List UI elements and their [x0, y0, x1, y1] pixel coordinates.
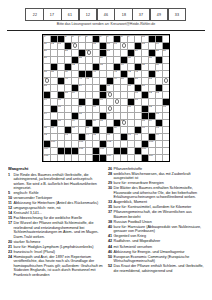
grid-cell[interactable]: 85	[43, 126, 50, 133]
grid-cell-black	[78, 70, 85, 77]
grid-cell[interactable]: 24	[134, 49, 141, 56]
grid-cell[interactable]: 27	[43, 56, 50, 63]
grid-cell[interactable]: 104	[43, 147, 50, 154]
grid-cell[interactable]	[64, 84, 71, 91]
clue-number: 48	[86, 77, 89, 80]
grid-cell[interactable]: 7	[106, 35, 113, 42]
grid-cell[interactable]	[106, 98, 113, 105]
grid-cell[interactable]: 66	[99, 98, 106, 105]
grid-cell[interactable]: 88	[85, 126, 92, 133]
grid-cell[interactable]: 98	[134, 133, 141, 140]
grid-cell[interactable]	[106, 63, 113, 70]
grid-cell[interactable]: 4	[78, 35, 85, 42]
clue-item-number: 40	[108, 224, 112, 229]
grid-cell[interactable]: 102	[106, 140, 113, 147]
grid-cell[interactable]	[43, 105, 50, 112]
grid-cell[interactable]: 26	[162, 49, 169, 56]
grid-cell[interactable]	[57, 112, 64, 119]
grid-cell[interactable]: 48	[85, 77, 92, 84]
grid-cell[interactable]	[113, 84, 120, 91]
grid-cell[interactable]	[85, 147, 92, 154]
grid-cell[interactable]: 74	[43, 112, 50, 119]
grid-cell[interactable]	[127, 126, 134, 133]
grid-cell-circled[interactable]: 14	[71, 42, 78, 49]
clue-number: 99	[156, 133, 159, 136]
grid-cell[interactable]: 20	[43, 49, 50, 56]
grid-cell[interactable]: 23	[106, 49, 113, 56]
grid-cell[interactable]: 87	[71, 126, 78, 133]
clue-number: 78	[58, 119, 61, 122]
clue-number: 100	[51, 140, 55, 143]
solution-box[interactable]: 37	[132, 8, 150, 21]
grid-cell[interactable]	[85, 42, 92, 49]
clue-number: 14	[72, 42, 75, 45]
grid-cell[interactable]	[78, 63, 85, 70]
grid-cell[interactable]: 46	[64, 77, 71, 84]
grid-cell[interactable]	[71, 98, 78, 105]
grid-cell[interactable]	[99, 77, 106, 84]
grid-cell[interactable]	[162, 56, 169, 63]
grid-cell[interactable]	[92, 84, 99, 91]
grid-cell[interactable]: 1	[43, 35, 50, 42]
grid-cell[interactable]: 12	[50, 42, 57, 49]
grid-cell[interactable]: 92	[43, 133, 50, 140]
grid-cell[interactable]	[71, 133, 78, 140]
grid-cell[interactable]	[71, 70, 78, 77]
grid-cell[interactable]	[134, 105, 141, 112]
grid-cell-black	[120, 133, 127, 140]
grid-cell[interactable]	[106, 119, 113, 126]
grid-cell[interactable]	[155, 105, 162, 112]
grid-cell[interactable]: 8	[120, 35, 127, 42]
grid-cell[interactable]	[155, 147, 162, 154]
grid-cell-circled[interactable]	[120, 42, 127, 49]
grid-cell[interactable]: 5	[85, 35, 92, 42]
clue-item-number: 21	[8, 244, 12, 249]
clue-number: 106	[100, 147, 104, 150]
grid-cell[interactable]: 100	[50, 140, 57, 147]
grid-cell[interactable]	[85, 84, 92, 91]
grid-cell[interactable]: 35	[141, 63, 148, 70]
grid-cell[interactable]: 25	[155, 49, 162, 56]
grid-cell[interactable]: 10	[141, 35, 148, 42]
grid-cell[interactable]	[64, 56, 71, 63]
grid-cell[interactable]	[127, 91, 134, 98]
grid-cell[interactable]: 11	[43, 42, 50, 49]
grid-cell[interactable]: 41	[113, 70, 120, 77]
grid-cell[interactable]	[113, 140, 120, 147]
grid-cell[interactable]	[78, 91, 85, 98]
clue-number: 95	[93, 133, 96, 136]
grid-cell[interactable]	[127, 147, 134, 154]
grid-cell[interactable]	[57, 49, 64, 56]
grid-cell[interactable]: 63	[155, 91, 162, 98]
grid-cell[interactable]: 2	[64, 35, 71, 42]
grid-cell[interactable]: 62	[148, 91, 155, 98]
grid-cell[interactable]: 21	[64, 49, 71, 56]
clue-number: 49	[114, 77, 117, 80]
grid-cell[interactable]	[85, 105, 92, 112]
grid-cell[interactable]: 34	[120, 63, 127, 70]
grid-cell[interactable]	[134, 154, 141, 161]
grid-cell[interactable]	[162, 119, 169, 126]
grid-cell[interactable]: 76	[106, 112, 113, 119]
grid-cell[interactable]: 106	[99, 147, 106, 154]
grid-cell[interactable]	[78, 42, 85, 49]
grid-cell[interactable]: 57	[141, 84, 148, 91]
grid-cell[interactable]: 97	[127, 133, 134, 140]
grid-cell[interactable]	[106, 70, 113, 77]
grid-cell[interactable]	[120, 84, 127, 91]
grid-cell[interactable]: 91	[155, 126, 162, 133]
clue-number: 1	[44, 35, 45, 38]
grid-cell-black	[113, 35, 120, 42]
grid-cell[interactable]	[57, 84, 64, 91]
grid-cell[interactable]	[141, 133, 148, 140]
grid-cell[interactable]: 103	[148, 140, 155, 147]
grid-cell[interactable]: 16	[106, 42, 113, 49]
grid-cell[interactable]: 33	[99, 63, 106, 70]
grid-cell[interactable]	[148, 84, 155, 91]
grid-cell[interactable]: 84	[148, 119, 155, 126]
grid-cell[interactable]	[50, 154, 57, 161]
grid-cell[interactable]	[78, 126, 85, 133]
grid-cell[interactable]	[162, 112, 169, 119]
grid-cell[interactable]	[50, 147, 57, 154]
clue-item-text: Radfahrer- und Mopedfahrer	[114, 238, 161, 243]
grid-cell[interactable]	[50, 91, 57, 98]
grid-cell[interactable]	[64, 119, 71, 126]
grid-cell[interactable]	[134, 56, 141, 63]
clue-number: 76	[107, 112, 110, 115]
grid-cell-black	[141, 140, 148, 147]
grid-cell[interactable]	[43, 63, 50, 70]
grid-cell[interactable]	[141, 56, 148, 63]
grid-cell[interactable]	[127, 154, 134, 161]
grid-cell[interactable]	[50, 98, 57, 105]
grid-cell[interactable]: 40	[92, 70, 99, 77]
grid-cell[interactable]	[155, 98, 162, 105]
grid-cell[interactable]	[99, 105, 106, 112]
clue-number: 101	[79, 140, 83, 143]
grid-cell[interactable]	[148, 147, 155, 154]
clue-number: 9	[128, 35, 129, 38]
grid-cell[interactable]	[134, 119, 141, 126]
grid-cell[interactable]	[92, 56, 99, 63]
grid-cell[interactable]	[162, 35, 169, 42]
grid-cell[interactable]: 77	[155, 112, 162, 119]
grid-cell[interactable]	[85, 98, 92, 105]
grid-cell[interactable]: 6	[99, 35, 106, 42]
grid-cell[interactable]: 55	[106, 84, 113, 91]
grid-cell-circled[interactable]: 60	[106, 91, 113, 98]
grid-cell[interactable]: 37	[43, 70, 50, 77]
grid-cell[interactable]	[162, 126, 169, 133]
grid-cell[interactable]: 65	[57, 98, 64, 105]
grid-cell[interactable]	[120, 91, 127, 98]
grid-cell[interactable]	[120, 126, 127, 133]
grid-cell[interactable]	[78, 154, 85, 161]
grid-cell[interactable]	[92, 77, 99, 84]
grid-cell[interactable]	[85, 140, 92, 147]
grid-cell[interactable]: 52	[148, 77, 155, 84]
grid-cell[interactable]	[57, 56, 64, 63]
grid-cell[interactable]	[120, 98, 127, 105]
grid-cell[interactable]	[127, 140, 134, 147]
grid-cell[interactable]: 69	[78, 105, 85, 112]
grid-cell-circled[interactable]	[162, 77, 169, 84]
grid-cell[interactable]: 67	[134, 98, 141, 105]
grid-cell[interactable]	[71, 77, 78, 84]
solution-box[interactable]: 17	[43, 8, 61, 21]
grid-cell[interactable]: 59	[71, 91, 78, 98]
grid-cell[interactable]: 61	[134, 91, 141, 98]
grid-cell[interactable]: 90	[141, 126, 148, 133]
grid-cell[interactable]: 29	[99, 56, 106, 63]
grid-cell[interactable]	[71, 154, 78, 161]
grid-cell-circled[interactable]: 45	[43, 77, 50, 84]
grid-cell[interactable]	[134, 140, 141, 147]
grid-cell[interactable]: 38	[50, 70, 57, 77]
grid-cell[interactable]	[85, 56, 92, 63]
grid-cell[interactable]: 81	[99, 119, 106, 126]
grid-cell[interactable]: 70	[92, 105, 99, 112]
grid-cell[interactable]	[113, 49, 120, 56]
grid-cell[interactable]: 86	[50, 126, 57, 133]
grid-cell[interactable]	[141, 70, 148, 77]
clue-number: 38	[51, 70, 54, 73]
grid-cell[interactable]: 108	[43, 154, 50, 161]
grid-cell[interactable]: 96	[106, 133, 113, 140]
grid-cell[interactable]	[99, 70, 106, 77]
grid-cell[interactable]	[99, 126, 106, 133]
grid-cell[interactable]	[92, 112, 99, 119]
grid-cell[interactable]: 17	[113, 42, 120, 49]
grid-cell-circled[interactable]	[113, 98, 120, 105]
grid-cell[interactable]: 93	[64, 133, 71, 140]
grid-cell[interactable]: 30	[127, 56, 134, 63]
grid-cell[interactable]: 39	[64, 70, 71, 77]
grid-cell[interactable]	[50, 133, 57, 140]
grid-cell[interactable]	[148, 42, 155, 49]
grid-cell[interactable]	[113, 56, 120, 63]
grid-cell[interactable]: 109	[106, 154, 113, 161]
grid-cell[interactable]	[57, 133, 64, 140]
grid-cell[interactable]: 51	[134, 77, 141, 84]
solution-box[interactable]: 33	[168, 8, 186, 21]
grid-cell-black	[50, 35, 57, 42]
grid-cell[interactable]: 9	[127, 35, 134, 42]
grid-cell[interactable]	[134, 35, 141, 42]
grid-cell[interactable]: 79	[71, 119, 78, 126]
grid-cell[interactable]: 72	[148, 105, 155, 112]
grid-cell[interactable]	[120, 154, 127, 161]
grid-cell[interactable]	[78, 119, 85, 126]
grid-cell[interactable]: 71	[127, 105, 134, 112]
solution-box-number: 18	[122, 12, 126, 16]
grid-cell[interactable]	[57, 70, 64, 77]
solution-box[interactable]: 49	[150, 8, 168, 21]
grid-cell[interactable]: 28	[78, 56, 85, 63]
grid-cell[interactable]	[57, 140, 64, 147]
grid-cell[interactable]	[50, 77, 57, 84]
grid-cell[interactable]: 58	[64, 91, 71, 98]
grid-cell[interactable]	[127, 119, 134, 126]
clue-item-text: Abkürzung für Energie- und Umweltagentur	[114, 248, 185, 253]
grid-cell[interactable]	[148, 126, 155, 133]
grid-cell[interactable]	[50, 56, 57, 63]
grid-cell[interactable]	[85, 154, 92, 161]
grid-cell[interactable]	[50, 112, 57, 119]
clue-item-text: starker Schmerz	[14, 239, 41, 244]
clue-number: 61	[135, 91, 138, 94]
grid-cell[interactable]: 36	[155, 63, 162, 70]
solution-box[interactable]: 61	[61, 8, 79, 21]
grid-cell[interactable]	[162, 63, 169, 70]
clue-number: 77	[156, 112, 159, 115]
grid-cell-black	[71, 56, 78, 63]
solution-box[interactable]: 18	[114, 8, 132, 21]
grid-cell[interactable]	[134, 112, 141, 119]
grid-cell[interactable]: 80	[92, 119, 99, 126]
clue-number: 8	[121, 35, 122, 38]
grid-cell-circled[interactable]: 22	[85, 49, 92, 56]
grid-cell[interactable]	[64, 154, 71, 161]
clue-number: 47	[79, 77, 82, 80]
grid-cell[interactable]	[162, 147, 169, 154]
solution-box[interactable]: 22	[25, 8, 43, 21]
grid-cell[interactable]: 49	[113, 77, 120, 84]
grid-cell-black	[57, 77, 64, 84]
grid-cell[interactable]: 19	[155, 42, 162, 49]
grid-cell[interactable]	[106, 147, 113, 154]
grid-cell[interactable]	[148, 98, 155, 105]
grid-cell[interactable]: 110	[148, 154, 155, 161]
grid-cell[interactable]	[71, 140, 78, 147]
grid-cell[interactable]	[141, 49, 148, 56]
grid-cell[interactable]	[50, 49, 57, 56]
grid-cell[interactable]	[155, 77, 162, 84]
grid-cell[interactable]: 64	[43, 98, 50, 105]
grid-cell-black	[50, 119, 57, 126]
clue-number: 82	[121, 119, 124, 122]
grid-cell[interactable]	[92, 49, 99, 56]
grid-cell[interactable]	[141, 77, 148, 84]
grid-cell[interactable]	[120, 140, 127, 147]
grid-cell[interactable]	[127, 63, 134, 70]
grid-cell[interactable]	[85, 63, 92, 70]
grid-cell[interactable]: 107	[141, 147, 148, 154]
grid-cell[interactable]: 105	[78, 147, 85, 154]
grid-cell[interactable]: 94	[85, 133, 92, 140]
grid-cell[interactable]	[113, 112, 120, 119]
grid-cell[interactable]	[92, 91, 99, 98]
grid-cell[interactable]: 73	[162, 105, 169, 112]
grid-cell[interactable]: 101	[78, 140, 85, 147]
grid-cell[interactable]	[127, 42, 134, 49]
grid-cell[interactable]	[162, 91, 169, 98]
grid-cell[interactable]	[162, 84, 169, 91]
grid-cell[interactable]	[162, 140, 169, 147]
grid-cell[interactable]	[120, 105, 127, 112]
grid-cell[interactable]: 31	[148, 56, 155, 63]
grid-cell[interactable]	[64, 140, 71, 147]
grid-cell[interactable]	[162, 154, 169, 161]
grid-cell[interactable]: 43	[134, 70, 141, 77]
grid-cell[interactable]: 47	[78, 77, 85, 84]
grid-cell[interactable]: 54	[78, 84, 85, 91]
grid-cell[interactable]: 42	[127, 70, 134, 77]
grid-cell[interactable]	[85, 91, 92, 98]
grid-cell[interactable]: 99	[155, 133, 162, 140]
grid-cell[interactable]	[57, 154, 64, 161]
grid-cell[interactable]: 75	[78, 112, 85, 119]
clues-left-column: Waagrecht 1Die Rinde des Baumes enthält …	[8, 166, 104, 277]
grid-cell[interactable]	[148, 63, 155, 70]
grid-cell[interactable]: 68	[57, 105, 64, 112]
grid-cell[interactable]	[120, 112, 127, 119]
grid-cell[interactable]	[113, 133, 120, 140]
grid-cell[interactable]: 44	[155, 70, 162, 77]
grid-cell[interactable]	[155, 154, 162, 161]
clue-number: 53	[44, 84, 47, 87]
grid-cell[interactable]	[64, 105, 71, 112]
grid-cell[interactable]	[141, 98, 148, 105]
grid-cell[interactable]: 78	[57, 119, 64, 126]
grid-cell-black	[120, 56, 127, 63]
grid-cell-circled[interactable]: 82	[120, 119, 127, 126]
grid-cell[interactable]	[43, 119, 50, 126]
grid-cell[interactable]: 56	[127, 84, 134, 91]
grid-cell[interactable]	[155, 140, 162, 147]
grid-cell-circled[interactable]	[106, 105, 113, 112]
grid-cell[interactable]	[99, 133, 106, 140]
grid-cell[interactable]	[92, 140, 99, 147]
grid-cell[interactable]: 50	[120, 77, 127, 84]
grid-cell[interactable]	[106, 56, 113, 63]
grid-cell[interactable]	[162, 70, 169, 77]
grid-cell[interactable]: 83	[141, 119, 148, 126]
grid-cell[interactable]	[57, 63, 64, 70]
clue-number: 36	[156, 63, 159, 66]
grid-cell[interactable]: 89	[113, 126, 120, 133]
grid-cell[interactable]	[127, 112, 134, 119]
solution-box[interactable]: 12	[79, 8, 97, 21]
grid-cell[interactable]	[50, 84, 57, 91]
grid-cell[interactable]	[113, 91, 120, 98]
grid-cell[interactable]	[162, 133, 169, 140]
grid-cell[interactable]	[120, 49, 127, 56]
grid-cell[interactable]: 95	[92, 133, 99, 140]
grid-cell-black	[64, 42, 71, 49]
grid-cell[interactable]	[113, 105, 120, 112]
grid-cell[interactable]: 53	[43, 84, 50, 91]
grid-cell[interactable]: 15	[92, 42, 99, 49]
grid-cell[interactable]	[113, 154, 120, 161]
grid-cell[interactable]	[64, 98, 71, 105]
grid-cell[interactable]	[57, 126, 64, 133]
grid-cell[interactable]: 32	[71, 63, 78, 70]
grid-cell[interactable]: 13	[57, 42, 64, 49]
grid-cell[interactable]	[85, 112, 92, 119]
solution-box[interactable]: 46	[97, 8, 115, 21]
grid-cell[interactable]: 3	[71, 35, 78, 42]
grid-cell[interactable]	[71, 105, 78, 112]
grid-cell[interactable]	[71, 49, 78, 56]
crossword-grid: 1234567891011121314151617181920212223242…	[42, 34, 170, 162]
grid-cell[interactable]: 18	[141, 42, 148, 49]
grid-cell[interactable]	[64, 112, 71, 119]
